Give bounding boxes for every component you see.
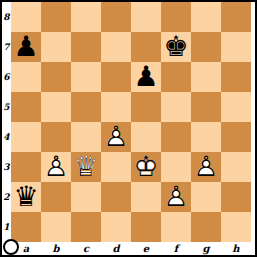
square-g7[interactable] — [191, 32, 221, 62]
square-f2[interactable]: ♟♙ — [161, 182, 191, 212]
square-h8[interactable] — [221, 2, 251, 32]
square-e6[interactable]: ♟ — [131, 62, 161, 92]
square-a2[interactable]: ♛ — [11, 182, 41, 212]
square-g5[interactable] — [191, 92, 221, 122]
square-f6[interactable] — [161, 62, 191, 92]
square-c7[interactable] — [71, 32, 101, 62]
piece-white-queen[interactable]: ♛♕ — [71, 152, 101, 182]
square-d5[interactable] — [101, 92, 131, 122]
square-g4[interactable] — [191, 122, 221, 152]
file-label-f: f — [161, 242, 191, 255]
chess-board: ♟♚♟♟♙♟♙♛♕♚♔♟♙♛♟♙ — [11, 2, 251, 242]
square-c2[interactable] — [71, 182, 101, 212]
square-f5[interactable] — [161, 92, 191, 122]
square-e5[interactable] — [131, 92, 161, 122]
rank-label-3: 3 — [2, 152, 11, 182]
square-d8[interactable] — [101, 2, 131, 32]
square-h6[interactable] — [221, 62, 251, 92]
square-f3[interactable] — [161, 152, 191, 182]
square-h1[interactable] — [221, 212, 251, 242]
file-labels: abcdefgh — [11, 242, 251, 255]
square-e7[interactable] — [131, 32, 161, 62]
piece-black-pawn[interactable]: ♟ — [11, 32, 41, 62]
piece-black-queen[interactable]: ♛ — [11, 182, 41, 212]
square-a4[interactable] — [11, 122, 41, 152]
square-e1[interactable] — [131, 212, 161, 242]
square-c3[interactable]: ♛♕ — [71, 152, 101, 182]
square-c5[interactable] — [71, 92, 101, 122]
square-a7[interactable]: ♟ — [11, 32, 41, 62]
square-e4[interactable] — [131, 122, 161, 152]
piece-white-pawn[interactable]: ♟♙ — [41, 152, 71, 182]
rank-label-7: 7 — [2, 32, 11, 62]
square-b5[interactable] — [41, 92, 71, 122]
file-label-c: c — [71, 242, 101, 255]
file-label-b: b — [41, 242, 71, 255]
square-f7[interactable]: ♚ — [161, 32, 191, 62]
square-g8[interactable] — [191, 2, 221, 32]
file-label-g: g — [191, 242, 221, 255]
square-c8[interactable] — [71, 2, 101, 32]
square-b4[interactable] — [41, 122, 71, 152]
square-h5[interactable] — [221, 92, 251, 122]
square-c4[interactable] — [71, 122, 101, 152]
square-d2[interactable] — [101, 182, 131, 212]
square-h4[interactable] — [221, 122, 251, 152]
square-e2[interactable] — [131, 182, 161, 212]
white-to-move-indicator — [3, 239, 19, 255]
square-g3[interactable]: ♟♙ — [191, 152, 221, 182]
rank-label-4: 4 — [2, 122, 11, 152]
file-label-d: d — [101, 242, 131, 255]
square-a3[interactable] — [11, 152, 41, 182]
piece-black-pawn[interactable]: ♟ — [131, 62, 161, 92]
square-e3[interactable]: ♚♔ — [131, 152, 161, 182]
square-f1[interactable] — [161, 212, 191, 242]
square-h7[interactable] — [221, 32, 251, 62]
file-label-e: e — [131, 242, 161, 255]
square-d4[interactable]: ♟♙ — [101, 122, 131, 152]
square-a1[interactable] — [11, 212, 41, 242]
square-d6[interactable] — [101, 62, 131, 92]
square-b3[interactable]: ♟♙ — [41, 152, 71, 182]
rank-label-1: 1 — [2, 212, 11, 242]
square-a8[interactable] — [11, 2, 41, 32]
square-f4[interactable] — [161, 122, 191, 152]
rank-label-2: 2 — [2, 182, 11, 212]
square-b6[interactable] — [41, 62, 71, 92]
chess-diagram: 87654321 ♟♚♟♟♙♟♙♛♕♚♔♟♙♛♟♙ abcdefgh — [0, 0, 257, 257]
rank-label-6: 6 — [2, 62, 11, 92]
rank-labels: 87654321 — [2, 2, 11, 242]
square-c1[interactable] — [71, 212, 101, 242]
piece-white-king[interactable]: ♚♔ — [131, 152, 161, 182]
square-e8[interactable] — [131, 2, 161, 32]
square-h2[interactable] — [221, 182, 251, 212]
piece-white-pawn[interactable]: ♟♙ — [101, 122, 131, 152]
square-d7[interactable] — [101, 32, 131, 62]
square-f8[interactable] — [161, 2, 191, 32]
piece-white-pawn[interactable]: ♟♙ — [191, 152, 221, 182]
piece-black-king[interactable]: ♚ — [161, 32, 191, 62]
square-g2[interactable] — [191, 182, 221, 212]
square-g6[interactable] — [191, 62, 221, 92]
square-a5[interactable] — [11, 92, 41, 122]
rank-label-8: 8 — [2, 2, 11, 32]
square-c6[interactable] — [71, 62, 101, 92]
square-b8[interactable] — [41, 2, 71, 32]
piece-white-pawn[interactable]: ♟♙ — [161, 182, 191, 212]
square-a6[interactable] — [11, 62, 41, 92]
square-b2[interactable] — [41, 182, 71, 212]
square-d3[interactable] — [101, 152, 131, 182]
square-h3[interactable] — [221, 152, 251, 182]
square-g1[interactable] — [191, 212, 221, 242]
file-label-h: h — [221, 242, 251, 255]
square-b7[interactable] — [41, 32, 71, 62]
square-d1[interactable] — [101, 212, 131, 242]
square-b1[interactable] — [41, 212, 71, 242]
rank-label-5: 5 — [2, 92, 11, 122]
